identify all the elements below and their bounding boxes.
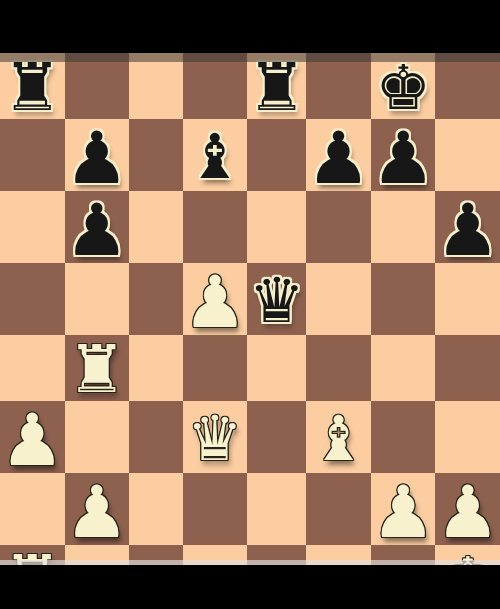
square-g8[interactable]: ♚ bbox=[371, 53, 436, 119]
square-c7[interactable] bbox=[129, 119, 183, 191]
square-e4[interactable] bbox=[247, 335, 306, 401]
square-a5[interactable] bbox=[0, 263, 65, 335]
black-rook[interactable]: ♜ bbox=[247, 55, 306, 121]
white-rook[interactable]: ♜ bbox=[67, 337, 126, 403]
square-h7[interactable] bbox=[435, 119, 500, 191]
square-d2[interactable] bbox=[183, 473, 248, 545]
square-g6[interactable] bbox=[371, 191, 436, 263]
square-b6[interactable]: ♟ bbox=[65, 191, 130, 263]
square-f6[interactable] bbox=[306, 191, 371, 263]
letterbox-top bbox=[0, 0, 500, 53]
square-a8[interactable]: ♜ bbox=[0, 53, 65, 119]
square-a2[interactable] bbox=[0, 473, 65, 545]
square-f3[interactable]: ♝ bbox=[306, 401, 371, 473]
black-pawn[interactable]: ♟ bbox=[65, 122, 130, 194]
square-b2[interactable]: ♟ bbox=[65, 473, 130, 545]
square-b3[interactable] bbox=[65, 401, 130, 473]
white-pawn[interactable]: ♟ bbox=[0, 404, 65, 476]
square-f2[interactable] bbox=[306, 473, 371, 545]
chess-board[interactable]: ♜♜♚♟♝♟♟♟♟♟♛♜♟♛♝♟♟♟♜♚ bbox=[0, 53, 500, 565]
square-d7[interactable]: ♝ bbox=[183, 119, 248, 191]
square-a7[interactable] bbox=[0, 119, 65, 191]
square-h3[interactable] bbox=[435, 401, 500, 473]
white-pawn[interactable]: ♟ bbox=[435, 476, 500, 548]
square-d6[interactable] bbox=[183, 191, 248, 263]
square-h6[interactable]: ♟ bbox=[435, 191, 500, 263]
square-d5[interactable]: ♟ bbox=[183, 263, 248, 335]
square-c5[interactable] bbox=[129, 263, 183, 335]
square-f4[interactable] bbox=[306, 335, 371, 401]
black-pawn[interactable]: ♟ bbox=[435, 194, 500, 266]
square-e6[interactable] bbox=[247, 191, 306, 263]
black-pawn[interactable]: ♟ bbox=[306, 122, 371, 194]
square-h8[interactable] bbox=[435, 53, 500, 119]
square-b5[interactable] bbox=[65, 263, 130, 335]
square-e3[interactable] bbox=[247, 401, 306, 473]
square-c3[interactable] bbox=[129, 401, 183, 473]
white-bishop[interactable]: ♝ bbox=[311, 408, 367, 470]
black-king[interactable]: ♚ bbox=[375, 57, 431, 119]
white-pawn[interactable]: ♟ bbox=[183, 266, 248, 338]
square-c4[interactable] bbox=[129, 335, 183, 401]
black-pawn[interactable]: ♟ bbox=[371, 122, 436, 194]
square-c8[interactable] bbox=[129, 53, 183, 119]
square-d4[interactable] bbox=[183, 335, 248, 401]
square-g4[interactable] bbox=[371, 335, 436, 401]
black-rook[interactable]: ♜ bbox=[3, 55, 62, 121]
square-b4[interactable]: ♜ bbox=[65, 335, 130, 401]
square-f5[interactable] bbox=[306, 263, 371, 335]
white-pawn[interactable]: ♟ bbox=[371, 476, 436, 548]
square-f7[interactable]: ♟ bbox=[306, 119, 371, 191]
square-g2[interactable]: ♟ bbox=[371, 473, 436, 545]
square-a6[interactable] bbox=[0, 191, 65, 263]
white-pawn[interactable]: ♟ bbox=[65, 476, 130, 548]
letterbox-bottom bbox=[0, 565, 500, 609]
square-h5[interactable] bbox=[435, 263, 500, 335]
square-d3[interactable]: ♛ bbox=[183, 401, 248, 473]
square-h4[interactable] bbox=[435, 335, 500, 401]
white-queen[interactable]: ♛ bbox=[187, 408, 243, 470]
square-e8[interactable]: ♜ bbox=[247, 53, 306, 119]
square-e5[interactable]: ♛ bbox=[247, 263, 306, 335]
black-pawn[interactable]: ♟ bbox=[65, 194, 130, 266]
square-b7[interactable]: ♟ bbox=[65, 119, 130, 191]
square-f8[interactable] bbox=[306, 53, 371, 119]
black-queen[interactable]: ♛ bbox=[249, 270, 305, 332]
black-bishop[interactable]: ♝ bbox=[187, 126, 243, 188]
square-a4[interactable] bbox=[0, 335, 65, 401]
square-c2[interactable] bbox=[129, 473, 183, 545]
square-c6[interactable] bbox=[129, 191, 183, 263]
chess-app-frame: ♜♜♚♟♝♟♟♟♟♟♛♜♟♛♝♟♟♟♜♚ bbox=[0, 0, 500, 609]
square-e2[interactable] bbox=[247, 473, 306, 545]
square-g7[interactable]: ♟ bbox=[371, 119, 436, 191]
square-e7[interactable] bbox=[247, 119, 306, 191]
square-b8[interactable] bbox=[65, 53, 130, 119]
square-a3[interactable]: ♟ bbox=[0, 401, 65, 473]
square-h2[interactable]: ♟ bbox=[435, 473, 500, 545]
square-d8[interactable] bbox=[183, 53, 248, 119]
square-g5[interactable] bbox=[371, 263, 436, 335]
square-g3[interactable] bbox=[371, 401, 436, 473]
